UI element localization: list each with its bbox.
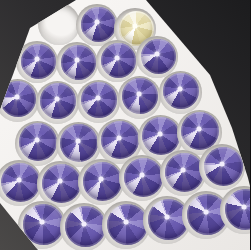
crystal-apex-point [164, 214, 169, 219]
rivoli-crystal-purple [42, 164, 81, 203]
rivoli-crystal-purple [165, 153, 204, 192]
rivoli-crystal-purple [124, 158, 163, 197]
crystal-apex-point [81, 221, 86, 226]
photo-tray-of-crystals [0, 0, 250, 250]
crystal-apex-point [180, 167, 185, 172]
tray-well [118, 76, 161, 119]
crystal-apex-point [132, 23, 137, 28]
tray-well [36, 81, 79, 124]
rivoli-crystal-purple [204, 147, 243, 186]
rivoli-crystal-purple [122, 78, 158, 114]
crystal-apex-point [154, 51, 159, 56]
tray-well [77, 80, 120, 123]
crystal-apex-point [16, 177, 21, 182]
rivoli-crystal-purple [142, 117, 180, 155]
crystal-apex-point [114, 55, 119, 60]
tray-well [78, 159, 124, 205]
rivoli-crystal-purple [163, 73, 199, 109]
crystal-apex-point [136, 91, 141, 96]
rivoli-crystal-purple [60, 124, 98, 162]
tray-well [15, 121, 60, 166]
crystal-apex-point [94, 19, 99, 24]
rivoli-crystal-purple [81, 82, 117, 118]
rivoli-crystal-purple [83, 162, 122, 201]
crystal-apex-point [14, 94, 19, 99]
tray-well [0, 160, 42, 206]
rivoli-crystal-purple [23, 204, 64, 245]
tray-well [119, 155, 165, 201]
rivoli-crystal-purple [65, 206, 106, 247]
tray-well [56, 42, 98, 84]
rivoli-crystal-purple [1, 163, 40, 202]
crystal-apex-point [241, 204, 246, 209]
crystal-apex-point [34, 137, 39, 142]
crystal-apex-point [219, 161, 224, 166]
crystal-apex-point [74, 57, 79, 62]
crystal-apex-point [196, 126, 201, 131]
rivoli-crystal-purple [61, 45, 96, 80]
rivoli-crystal-purple [181, 112, 219, 150]
crystal-apex-point [116, 135, 121, 140]
tray-well [199, 144, 245, 190]
rivoli-crystal-purple [81, 7, 116, 42]
crystal-apex-point [75, 138, 80, 143]
crystal-apex-point [54, 96, 59, 101]
crystal-apex-point [39, 219, 44, 224]
crystal-apex-point [123, 219, 128, 224]
crystal-apex-point [34, 56, 39, 61]
crystal-apex-point [95, 95, 100, 100]
crystal-apex-point [98, 176, 103, 181]
rivoli-crystal-purple [141, 39, 176, 74]
rivoli-crystal-purple [225, 189, 251, 230]
crystal-apex-point [139, 172, 144, 177]
rivoli-crystal-purple [107, 204, 148, 245]
rivoli-crystal-purple [19, 123, 57, 161]
rivoli-crystal-purple [101, 121, 139, 159]
tray-well [60, 203, 108, 250]
rivoli-crystal-purple [101, 43, 136, 78]
rivoli-crystal-purple [21, 44, 56, 79]
crystal-apex-point [203, 209, 208, 214]
crystal-apex-point [57, 178, 62, 183]
crystal-apex-point [177, 86, 182, 91]
tray-well [96, 40, 138, 82]
tray-well [159, 71, 202, 114]
rivoli-crystal-purple [40, 83, 76, 119]
crystal-apex-point [157, 131, 162, 136]
